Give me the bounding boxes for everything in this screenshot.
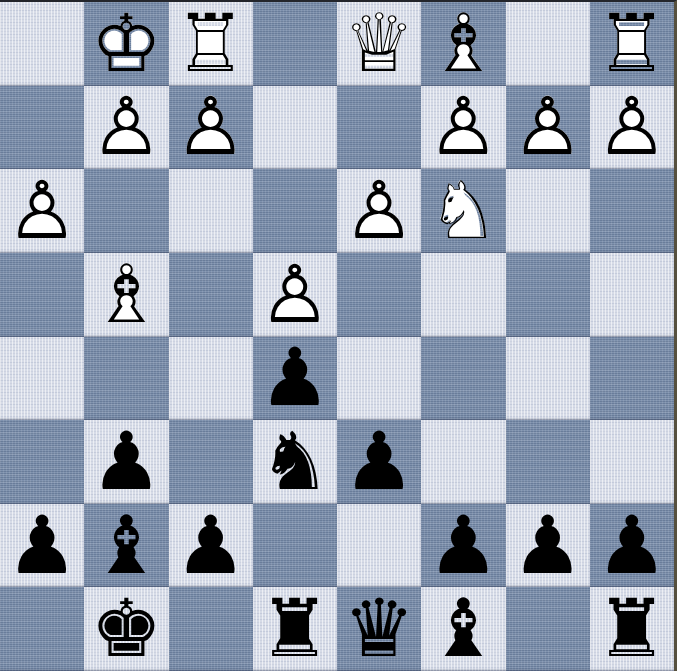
white-rook-fill: ♜	[590, 2, 674, 86]
chess-board: ♚♔♜♖♛♕♝♗♜♖♟♙♟♙♟♙♟♙♟♙♟♙♟♙♞♘♝♗♟♙♟♟♞♟♟♝♟♟♟♟…	[0, 0, 677, 671]
square-a6[interactable]	[590, 420, 674, 504]
white-queen: ♕	[337, 2, 421, 86]
square-b2[interactable]: ♟♙	[506, 86, 590, 170]
black-bishop: ♝	[421, 587, 505, 671]
square-d7[interactable]	[337, 504, 421, 588]
square-b5[interactable]	[506, 337, 590, 421]
square-g2[interactable]: ♟♙	[84, 86, 168, 170]
black-pawn: ♟	[421, 504, 505, 588]
white-pawn: ♙	[0, 169, 84, 253]
square-b3[interactable]	[506, 169, 590, 253]
square-a1[interactable]: ♜♖	[590, 2, 674, 86]
square-f2[interactable]: ♟♙	[169, 86, 253, 170]
black-knight: ♞	[253, 420, 337, 504]
square-d8[interactable]: ♛	[337, 587, 421, 671]
white-rook: ♖	[590, 2, 674, 86]
white-bishop-fill: ♝	[421, 2, 505, 86]
square-c2[interactable]: ♟♙	[421, 86, 505, 170]
square-a8[interactable]: ♜	[590, 587, 674, 671]
square-c3[interactable]: ♞♘	[421, 169, 505, 253]
square-b4[interactable]	[506, 253, 590, 337]
black-pawn: ♟	[84, 420, 168, 504]
square-f3[interactable]	[169, 169, 253, 253]
square-f5[interactable]	[169, 337, 253, 421]
square-c6[interactable]	[421, 420, 505, 504]
square-d3[interactable]: ♟♙	[337, 169, 421, 253]
square-h1[interactable]	[0, 2, 84, 86]
square-e4[interactable]: ♟♙	[253, 253, 337, 337]
square-c1[interactable]: ♝♗	[421, 2, 505, 86]
black-pawn: ♟	[0, 504, 84, 588]
square-c8[interactable]: ♝	[421, 587, 505, 671]
square-a3[interactable]	[590, 169, 674, 253]
square-f4[interactable]	[169, 253, 253, 337]
square-f7[interactable]: ♟	[169, 504, 253, 588]
white-knight: ♘	[421, 169, 505, 253]
black-pawn: ♟	[169, 504, 253, 588]
square-d1[interactable]: ♛♕	[337, 2, 421, 86]
white-pawn-fill: ♟	[84, 86, 168, 170]
white-pawn: ♙	[421, 86, 505, 170]
black-pawn: ♟	[253, 337, 337, 421]
square-h4[interactable]	[0, 253, 84, 337]
square-b7[interactable]: ♟	[506, 504, 590, 588]
square-d6[interactable]: ♟	[337, 420, 421, 504]
square-e7[interactable]	[253, 504, 337, 588]
white-king-fill: ♚	[84, 2, 168, 86]
square-g3[interactable]	[84, 169, 168, 253]
white-pawn-fill: ♟	[169, 86, 253, 170]
white-queen-fill: ♛	[337, 2, 421, 86]
white-bishop: ♗	[421, 2, 505, 86]
black-pawn: ♟	[337, 420, 421, 504]
square-f1[interactable]: ♜♖	[169, 2, 253, 86]
square-h6[interactable]	[0, 420, 84, 504]
white-bishop-fill: ♝	[84, 253, 168, 337]
white-knight-fill: ♞	[421, 169, 505, 253]
square-e1[interactable]	[253, 2, 337, 86]
square-e5[interactable]: ♟	[253, 337, 337, 421]
white-pawn-fill: ♟	[0, 169, 84, 253]
black-pawn: ♟	[590, 504, 674, 588]
white-pawn: ♙	[506, 86, 590, 170]
square-e3[interactable]	[253, 169, 337, 253]
white-pawn: ♙	[590, 86, 674, 170]
square-d5[interactable]	[337, 337, 421, 421]
square-h2[interactable]	[0, 86, 84, 170]
white-pawn-fill: ♟	[253, 253, 337, 337]
square-b6[interactable]	[506, 420, 590, 504]
square-b8[interactable]	[506, 587, 590, 671]
white-pawn-fill: ♟	[337, 169, 421, 253]
square-g4[interactable]: ♝♗	[84, 253, 168, 337]
square-a5[interactable]	[590, 337, 674, 421]
square-f8[interactable]	[169, 587, 253, 671]
square-e8[interactable]: ♜	[253, 587, 337, 671]
square-c5[interactable]	[421, 337, 505, 421]
square-h3[interactable]: ♟♙	[0, 169, 84, 253]
white-pawn-fill: ♟	[506, 86, 590, 170]
square-g5[interactable]	[84, 337, 168, 421]
square-e6[interactable]: ♞	[253, 420, 337, 504]
white-rook: ♖	[169, 2, 253, 86]
square-b1[interactable]	[506, 2, 590, 86]
black-rook: ♜	[590, 587, 674, 671]
square-g7[interactable]: ♝	[84, 504, 168, 588]
square-a2[interactable]: ♟♙	[590, 86, 674, 170]
square-d4[interactable]	[337, 253, 421, 337]
white-pawn-fill: ♟	[590, 86, 674, 170]
square-g8[interactable]: ♚	[84, 587, 168, 671]
square-a7[interactable]: ♟	[590, 504, 674, 588]
white-rook-fill: ♜	[169, 2, 253, 86]
black-rook: ♜	[253, 587, 337, 671]
square-g1[interactable]: ♚♔	[84, 2, 168, 86]
white-pawn: ♙	[84, 86, 168, 170]
square-h8[interactable]	[0, 587, 84, 671]
square-f6[interactable]	[169, 420, 253, 504]
square-h5[interactable]	[0, 337, 84, 421]
square-g6[interactable]: ♟	[84, 420, 168, 504]
black-queen: ♛	[337, 587, 421, 671]
square-e2[interactable]	[253, 86, 337, 170]
white-king: ♔	[84, 2, 168, 86]
black-king: ♚	[84, 587, 168, 671]
square-c4[interactable]	[421, 253, 505, 337]
white-pawn: ♙	[169, 86, 253, 170]
square-a4[interactable]	[590, 253, 674, 337]
white-pawn: ♙	[337, 169, 421, 253]
white-pawn-fill: ♟	[421, 86, 505, 170]
black-bishop: ♝	[84, 504, 168, 588]
square-h7[interactable]: ♟	[0, 504, 84, 588]
white-bishop: ♗	[84, 253, 168, 337]
white-pawn: ♙	[253, 253, 337, 337]
square-d2[interactable]	[337, 86, 421, 170]
black-pawn: ♟	[506, 504, 590, 588]
square-c7[interactable]: ♟	[421, 504, 505, 588]
